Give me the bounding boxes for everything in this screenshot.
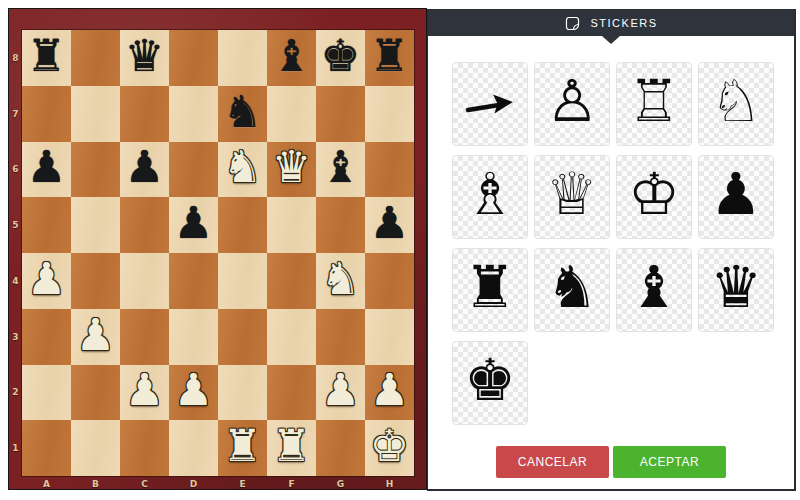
chessboard[interactable]: 87654321 ABCDEFGH ♜♛♝♚♜♞♟♟♞♛♝♟♟♟♞♟♟♟♟♟♜♜…: [8, 8, 427, 490]
square-e8[interactable]: [218, 30, 267, 86]
square-a8[interactable]: ♜: [22, 30, 71, 86]
square-h1[interactable]: ♚: [365, 420, 414, 476]
square-g2[interactable]: ♟: [316, 365, 365, 421]
square-g3[interactable]: [316, 309, 365, 365]
file-label-a: A: [22, 476, 71, 491]
square-f4[interactable]: [267, 253, 316, 309]
rank-label-4: 4: [9, 253, 22, 309]
square-g5[interactable]: [316, 197, 365, 253]
black-king-sticker-glyph: ♚: [464, 351, 516, 409]
square-f2[interactable]: [267, 365, 316, 421]
square-d4[interactable]: [169, 253, 218, 309]
white-king: ♚: [370, 424, 409, 468]
square-c7[interactable]: [120, 86, 169, 142]
white-knight: ♞: [223, 145, 262, 189]
square-c6[interactable]: ♟: [120, 142, 169, 198]
file-label-c: C: [120, 476, 169, 491]
button-row: CANCELAR ACEPTAR: [428, 446, 794, 478]
black-pawn: ♟: [27, 145, 66, 189]
square-e5[interactable]: [218, 197, 267, 253]
square-e4[interactable]: [218, 253, 267, 309]
square-h3[interactable]: [365, 309, 414, 365]
square-a1[interactable]: [22, 420, 71, 476]
white-rook-sticker-glyph: ♖: [628, 72, 680, 130]
white-pawn: ♟: [125, 368, 164, 412]
black-knight: ♞: [223, 90, 262, 134]
square-h4[interactable]: [365, 253, 414, 309]
black-knight-sticker-glyph: ♞: [546, 258, 598, 316]
square-b5[interactable]: [71, 197, 120, 253]
white-queen: ♛: [272, 145, 311, 189]
square-g4[interactable]: ♞: [316, 253, 365, 309]
arrow-right-icon: [461, 75, 519, 133]
square-h8[interactable]: ♜: [365, 30, 414, 86]
stickers-header: STICKERS: [428, 10, 794, 36]
black-pawn: ♟: [174, 201, 213, 245]
square-d5[interactable]: ♟: [169, 197, 218, 253]
white-pawn: ♟: [76, 313, 115, 357]
white-rook: ♜: [272, 424, 311, 468]
rank-label-3: 3: [9, 309, 22, 365]
square-c1[interactable]: [120, 420, 169, 476]
black-bishop-sticker[interactable]: ♝: [616, 248, 692, 332]
white-pawn: ♟: [321, 368, 360, 412]
square-f1[interactable]: ♜: [267, 420, 316, 476]
square-c8[interactable]: ♛: [120, 30, 169, 86]
square-f6[interactable]: ♛: [267, 142, 316, 198]
white-bishop-sticker-glyph: ♗: [464, 165, 516, 223]
page-root: { "game": "chess", "position": "r1q2bkr/…: [0, 0, 800, 500]
file-label-e: E: [218, 476, 267, 491]
black-rook: ♜: [27, 34, 66, 78]
rank-label-6: 6: [9, 142, 22, 198]
square-a7[interactable]: [22, 86, 71, 142]
rank-label-8: 8: [9, 30, 22, 86]
square-e7[interactable]: ♞: [218, 86, 267, 142]
file-label-h: H: [365, 476, 414, 491]
square-c4[interactable]: [120, 253, 169, 309]
sticker-icon: [564, 15, 581, 32]
white-bishop-sticker[interactable]: ♗: [452, 155, 528, 239]
rank-label-7: 7: [9, 86, 22, 142]
arrow-right-sticker[interactable]: [452, 62, 528, 146]
square-f5[interactable]: [267, 197, 316, 253]
square-d2[interactable]: ♟: [169, 365, 218, 421]
rank-labels: 87654321: [9, 30, 22, 476]
white-pawn: ♟: [174, 368, 213, 412]
square-e1[interactable]: ♜: [218, 420, 267, 476]
square-b1[interactable]: [71, 420, 120, 476]
white-king-sticker[interactable]: ♔: [616, 155, 692, 239]
square-h7[interactable]: [365, 86, 414, 142]
board-squares[interactable]: ♜♛♝♚♜♞♟♟♞♛♝♟♟♟♞♟♟♟♟♟♜♜♚: [22, 30, 414, 476]
square-a6[interactable]: ♟: [22, 142, 71, 198]
square-a2[interactable]: [22, 365, 71, 421]
black-queen-sticker-glyph: ♛: [710, 258, 762, 316]
file-label-g: G: [316, 476, 365, 491]
black-rook-sticker-glyph: ♜: [464, 258, 516, 316]
black-king-sticker[interactable]: ♚: [452, 341, 528, 425]
white-pawn: ♟: [27, 257, 66, 301]
square-f8[interactable]: ♝: [267, 30, 316, 86]
square-h6[interactable]: [365, 142, 414, 198]
black-pawn: ♟: [125, 145, 164, 189]
black-rook-sticker[interactable]: ♜: [452, 248, 528, 332]
sticker-grid: ♙♖♘♗♕♔♟♜♞♝♛♚: [452, 62, 774, 425]
black-knight-sticker[interactable]: ♞: [534, 248, 610, 332]
white-pawn: ♟: [370, 368, 409, 412]
square-g7[interactable]: [316, 86, 365, 142]
square-g8[interactable]: ♚: [316, 30, 365, 86]
white-knight-sticker-glyph: ♘: [710, 72, 762, 130]
square-d3[interactable]: [169, 309, 218, 365]
black-pawn: ♟: [370, 201, 409, 245]
white-queen-sticker-glyph: ♕: [546, 165, 598, 223]
white-rook: ♜: [223, 424, 262, 468]
black-queen-sticker[interactable]: ♛: [698, 248, 774, 332]
square-c3[interactable]: [120, 309, 169, 365]
square-d6[interactable]: [169, 142, 218, 198]
header-notch: [602, 36, 620, 44]
white-rook-sticker[interactable]: ♖: [616, 62, 692, 146]
black-bishop: ♝: [272, 34, 311, 78]
file-label-f: F: [267, 476, 316, 491]
square-e6[interactable]: ♞: [218, 142, 267, 198]
white-king-sticker-glyph: ♔: [628, 165, 680, 223]
black-pawn-sticker[interactable]: ♟: [698, 155, 774, 239]
square-a5[interactable]: [22, 197, 71, 253]
white-queen-sticker[interactable]: ♕: [534, 155, 610, 239]
square-d8[interactable]: [169, 30, 218, 86]
square-a3[interactable]: [22, 309, 71, 365]
black-queen: ♛: [125, 34, 164, 78]
black-king: ♚: [321, 34, 360, 78]
file-label-d: D: [169, 476, 218, 491]
square-g1[interactable]: [316, 420, 365, 476]
white-pawn-sticker[interactable]: ♙: [534, 62, 610, 146]
square-d1[interactable]: [169, 420, 218, 476]
square-b8[interactable]: [71, 30, 120, 86]
square-c5[interactable]: [120, 197, 169, 253]
file-labels: ABCDEFGH: [22, 476, 414, 491]
square-b3[interactable]: ♟: [71, 309, 120, 365]
black-bishop-sticker-glyph: ♝: [628, 258, 680, 316]
stickers-panel: STICKERS ♙♖♘♗♕♔♟♜♞♝♛♚ CANCELAR ACEPTAR: [427, 9, 796, 491]
rank-label-2: 2: [9, 365, 22, 421]
square-b4[interactable]: [71, 253, 120, 309]
square-a4[interactable]: ♟: [22, 253, 71, 309]
white-knight: ♞: [321, 257, 360, 301]
black-bishop: ♝: [321, 145, 360, 189]
file-label-b: B: [71, 476, 120, 491]
white-pawn-sticker-glyph: ♙: [546, 72, 598, 130]
stickers-title: STICKERS: [590, 17, 657, 29]
square-d7[interactable]: [169, 86, 218, 142]
square-h5[interactable]: ♟: [365, 197, 414, 253]
square-c2[interactable]: ♟: [120, 365, 169, 421]
white-knight-sticker[interactable]: ♘: [698, 62, 774, 146]
square-e2[interactable]: [218, 365, 267, 421]
black-rook: ♜: [370, 34, 409, 78]
rank-label-5: 5: [9, 197, 22, 253]
cancel-button[interactable]: CANCELAR: [496, 446, 609, 478]
square-b6[interactable]: [71, 142, 120, 198]
square-e3[interactable]: [218, 309, 267, 365]
square-h2[interactable]: ♟: [365, 365, 414, 421]
square-b2[interactable]: [71, 365, 120, 421]
square-g6[interactable]: ♝: [316, 142, 365, 198]
black-pawn-sticker-glyph: ♟: [710, 165, 762, 223]
square-f7[interactable]: [267, 86, 316, 142]
rank-label-1: 1: [9, 420, 22, 476]
square-b7[interactable]: [71, 86, 120, 142]
accept-button[interactable]: ACEPTAR: [613, 446, 726, 478]
square-f3[interactable]: [267, 309, 316, 365]
